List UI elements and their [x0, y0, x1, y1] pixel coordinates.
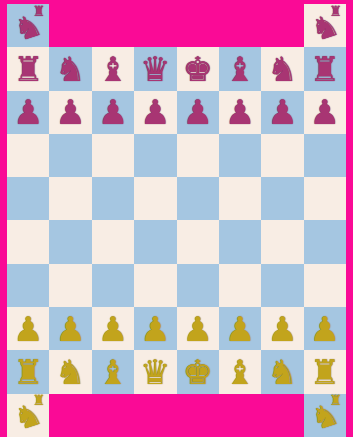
square-f3[interactable] — [219, 264, 261, 307]
square-h6[interactable] — [304, 134, 346, 177]
square-c1[interactable]: ♝ — [92, 350, 134, 393]
border-filler — [177, 4, 219, 47]
piece-glyph: ♟ — [98, 95, 128, 129]
square-h8[interactable]: ♜ — [304, 47, 346, 90]
piece-glyph: ♟ — [55, 312, 85, 346]
gold-pawn[interactable]: ♟ — [55, 312, 85, 346]
square-d5[interactable] — [134, 177, 176, 220]
piece-glyph: ♟ — [267, 95, 297, 129]
piece-glyph: ♝ — [98, 52, 128, 86]
piece-glyph: ♟ — [267, 312, 297, 346]
piece-glyph: ♟ — [225, 312, 255, 346]
piece-glyph: ♝ — [98, 355, 128, 389]
square-d7[interactable]: ♟ — [134, 91, 176, 134]
square-d1[interactable]: ♛ — [134, 350, 176, 393]
magenta-wizard-piece[interactable]: ♞♜ — [14, 9, 42, 43]
piece-glyph: ♟ — [310, 95, 340, 129]
square-e2[interactable]: ♟ — [177, 307, 219, 350]
piece-glyph: ♟ — [55, 95, 85, 129]
square-d4[interactable] — [134, 220, 176, 263]
piece-glyph: ♜ — [310, 355, 340, 389]
piece-glyph: ♝ — [225, 52, 255, 86]
square-g3[interactable] — [261, 264, 303, 307]
corner-square-top-left[interactable]: ♞♜ — [7, 4, 49, 47]
square-g1[interactable]: ♞ — [261, 350, 303, 393]
square-e6[interactable] — [177, 134, 219, 177]
square-d2[interactable]: ♟ — [134, 307, 176, 350]
square-b4[interactable] — [49, 220, 91, 263]
gold-pawn[interactable]: ♟ — [98, 312, 128, 346]
square-g5[interactable] — [261, 177, 303, 220]
square-e3[interactable] — [177, 264, 219, 307]
gold-pawn[interactable]: ♟ — [225, 312, 255, 346]
square-f7[interactable]: ♟ — [219, 91, 261, 134]
square-c8[interactable]: ♝ — [92, 47, 134, 90]
gold-rook[interactable]: ♜ — [13, 355, 43, 389]
magenta-king[interactable]: ♚ — [182, 52, 212, 86]
piece-glyph: ♚ — [182, 52, 212, 86]
wizard-crenellation-icon: ♜ — [33, 4, 46, 18]
gold-knight[interactable]: ♞ — [55, 355, 85, 389]
magenta-pawn[interactable]: ♟ — [225, 95, 255, 129]
square-b2[interactable]: ♟ — [49, 307, 91, 350]
square-a6[interactable] — [7, 134, 49, 177]
border-filler — [219, 4, 261, 47]
gold-king[interactable]: ♚ — [182, 355, 212, 389]
square-d6[interactable] — [134, 134, 176, 177]
square-a5[interactable] — [7, 177, 49, 220]
square-e1[interactable]: ♚ — [177, 350, 219, 393]
border-filler — [49, 4, 91, 47]
piece-glyph: ♟ — [182, 312, 212, 346]
piece-glyph: ♟ — [140, 312, 170, 346]
square-g6[interactable] — [261, 134, 303, 177]
square-h5[interactable] — [304, 177, 346, 220]
square-g7[interactable]: ♟ — [261, 91, 303, 134]
magenta-pawn[interactable]: ♟ — [98, 95, 128, 129]
magenta-pawn[interactable]: ♟ — [55, 95, 85, 129]
piece-glyph: ♟ — [98, 312, 128, 346]
game-window: ♞♜♞♜♜♞♝♛♚♝♞♜♟♟♟♟♟♟♟♟♟♟♟♟♟♟♟♟♜♞♝♛♚♝♞♜♞♜♞♜ — [0, 0, 353, 437]
gold-pawn[interactable]: ♟ — [140, 312, 170, 346]
piece-glyph: ♞ — [267, 355, 297, 389]
piece-glyph: ♟ — [140, 95, 170, 129]
square-a1[interactable]: ♜ — [7, 350, 49, 393]
square-c5[interactable] — [92, 177, 134, 220]
piece-glyph: ♜ — [13, 355, 43, 389]
border-filler — [261, 4, 303, 47]
gold-knight[interactable]: ♞ — [267, 355, 297, 389]
border-filler — [92, 394, 134, 437]
square-c3[interactable] — [92, 264, 134, 307]
square-a4[interactable] — [7, 220, 49, 263]
corner-square-top-right[interactable]: ♞♜ — [304, 4, 346, 47]
border-filler — [134, 4, 176, 47]
magenta-pawn[interactable]: ♟ — [182, 95, 212, 129]
square-e4[interactable] — [177, 220, 219, 263]
square-h3[interactable] — [304, 264, 346, 307]
square-b8[interactable]: ♞ — [49, 47, 91, 90]
wizard-crenellation-icon: ♜ — [329, 393, 342, 407]
gold-wizard-piece[interactable]: ♞♜ — [311, 398, 339, 432]
gold-bishop[interactable]: ♝ — [225, 355, 255, 389]
square-c4[interactable] — [92, 220, 134, 263]
border-filler — [261, 394, 303, 437]
piece-glyph: ♜ — [310, 52, 340, 86]
magenta-knight[interactable]: ♞ — [55, 52, 85, 86]
piece-glyph: ♟ — [13, 312, 43, 346]
piece-glyph: ♟ — [182, 95, 212, 129]
piece-glyph: ♜ — [13, 52, 43, 86]
magenta-bishop[interactable]: ♝ — [98, 52, 128, 86]
gold-pawn[interactable]: ♟ — [267, 312, 297, 346]
square-a8[interactable]: ♜ — [7, 47, 49, 90]
gold-queen[interactable]: ♛ — [140, 355, 170, 389]
magenta-queen[interactable]: ♛ — [140, 52, 170, 86]
wizard-crenellation-icon: ♜ — [329, 4, 342, 18]
piece-glyph: ♞ — [55, 355, 85, 389]
square-e7[interactable]: ♟ — [177, 91, 219, 134]
square-h7[interactable]: ♟ — [304, 91, 346, 134]
gold-bishop[interactable]: ♝ — [98, 355, 128, 389]
magenta-bishop[interactable]: ♝ — [225, 52, 255, 86]
square-f8[interactable]: ♝ — [219, 47, 261, 90]
piece-glyph: ♛ — [140, 355, 170, 389]
corner-square-bottom-left[interactable]: ♞♜ — [7, 394, 49, 437]
square-g8[interactable]: ♞ — [261, 47, 303, 90]
square-b5[interactable] — [49, 177, 91, 220]
square-b3[interactable] — [49, 264, 91, 307]
square-a7[interactable]: ♟ — [7, 91, 49, 134]
gold-pawn[interactable]: ♟ — [13, 312, 43, 346]
square-h1[interactable]: ♜ — [304, 350, 346, 393]
border-filler — [219, 394, 261, 437]
magenta-wizard-piece[interactable]: ♞♜ — [311, 9, 339, 43]
square-d3[interactable] — [134, 264, 176, 307]
square-c2[interactable]: ♟ — [92, 307, 134, 350]
border-filler — [134, 394, 176, 437]
gold-pawn[interactable]: ♟ — [182, 312, 212, 346]
magenta-pawn[interactable]: ♟ — [267, 95, 297, 129]
square-c7[interactable]: ♟ — [92, 91, 134, 134]
square-h2[interactable]: ♟ — [304, 307, 346, 350]
piece-glyph: ♟ — [13, 95, 43, 129]
square-f1[interactable]: ♝ — [219, 350, 261, 393]
piece-glyph: ♟ — [225, 95, 255, 129]
square-c6[interactable] — [92, 134, 134, 177]
gold-pawn[interactable]: ♟ — [310, 312, 340, 346]
square-a2[interactable]: ♟ — [7, 307, 49, 350]
square-e8[interactable]: ♚ — [177, 47, 219, 90]
piece-glyph: ♞ — [267, 52, 297, 86]
square-f4[interactable] — [219, 220, 261, 263]
square-b7[interactable]: ♟ — [49, 91, 91, 134]
square-b6[interactable] — [49, 134, 91, 177]
square-e5[interactable] — [177, 177, 219, 220]
square-f5[interactable] — [219, 177, 261, 220]
magenta-rook[interactable]: ♜ — [310, 52, 340, 86]
magenta-pawn[interactable]: ♟ — [140, 95, 170, 129]
wizard-crenellation-icon: ♜ — [33, 393, 46, 407]
piece-glyph: ♞ — [55, 52, 85, 86]
corner-square-bottom-right[interactable]: ♞♜ — [304, 394, 346, 437]
square-b1[interactable]: ♞ — [49, 350, 91, 393]
gold-rook[interactable]: ♜ — [310, 355, 340, 389]
square-f2[interactable]: ♟ — [219, 307, 261, 350]
gold-wizard-piece[interactable]: ♞♜ — [14, 398, 42, 432]
border-filler — [177, 394, 219, 437]
square-d8[interactable]: ♛ — [134, 47, 176, 90]
square-g2[interactable]: ♟ — [261, 307, 303, 350]
piece-glyph: ♟ — [310, 312, 340, 346]
square-a3[interactable] — [7, 264, 49, 307]
border-filler — [49, 394, 91, 437]
piece-glyph: ♚ — [182, 355, 212, 389]
border-filler — [92, 4, 134, 47]
square-f6[interactable] — [219, 134, 261, 177]
square-h4[interactable] — [304, 220, 346, 263]
piece-glyph: ♛ — [140, 52, 170, 86]
magenta-knight[interactable]: ♞ — [267, 52, 297, 86]
board: ♞♜♞♜♜♞♝♛♚♝♞♜♟♟♟♟♟♟♟♟♟♟♟♟♟♟♟♟♜♞♝♛♚♝♞♜♞♜♞♜ — [7, 4, 346, 437]
square-g4[interactable] — [261, 220, 303, 263]
magenta-pawn[interactable]: ♟ — [310, 95, 340, 129]
piece-glyph: ♝ — [225, 355, 255, 389]
magenta-pawn[interactable]: ♟ — [13, 95, 43, 129]
magenta-rook[interactable]: ♜ — [13, 52, 43, 86]
